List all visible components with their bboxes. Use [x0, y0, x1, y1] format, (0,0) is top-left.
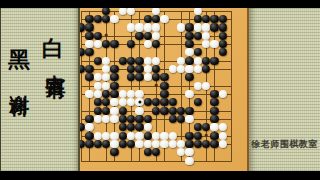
- board-cell-17-13[interactable]: [210, 106, 218, 114]
- board-cell-11-8[interactable]: [160, 65, 168, 73]
- board-cell-9-12[interactable]: [144, 98, 152, 106]
- board-cell-10-7[interactable]: [152, 56, 160, 64]
- board-cell-12-7[interactable]: [169, 56, 177, 64]
- board-cell-15-17[interactable]: [194, 140, 202, 148]
- board-cell-13-5[interactable]: [177, 40, 185, 48]
- board-cell-6-16[interactable]: [119, 131, 127, 139]
- board-cell-13-7[interactable]: [177, 56, 185, 64]
- board-cell-2-18[interactable]: [85, 148, 93, 156]
- board-cell-19-2[interactable]: [227, 15, 235, 23]
- board-cell-5-19[interactable]: [110, 156, 118, 164]
- board-cell-2-14[interactable]: [85, 115, 93, 123]
- board-cell-18-13[interactable]: [219, 106, 227, 114]
- board-cell-7-19[interactable]: [127, 156, 135, 164]
- board-cell-5-2[interactable]: [110, 15, 118, 23]
- board-cell-19-9[interactable]: [227, 73, 235, 81]
- board-cell-8-14[interactable]: [135, 115, 143, 123]
- board-cell-5-8[interactable]: [110, 65, 118, 73]
- board-cell-13-15[interactable]: [177, 123, 185, 131]
- board-cell-14-12[interactable]: [185, 98, 193, 106]
- board-cell-12-15[interactable]: [169, 123, 177, 131]
- board-cell-5-10[interactable]: [110, 81, 118, 89]
- board-cell-14-5[interactable]: [185, 40, 193, 48]
- board-cell-11-16[interactable]: [160, 131, 168, 139]
- board-cell-7-8[interactable]: [127, 65, 135, 73]
- board-cell-8-12[interactable]: [135, 98, 143, 106]
- board-cell-11-13[interactable]: [160, 106, 168, 114]
- board-cell-19-15[interactable]: [227, 123, 235, 131]
- board-cell-3-19[interactable]: [94, 156, 102, 164]
- board-cell-4-6[interactable]: [102, 48, 110, 56]
- board-cell-13-17[interactable]: [177, 140, 185, 148]
- board-cell-14-3[interactable]: [185, 23, 193, 31]
- board-cell-4-16[interactable]: [102, 131, 110, 139]
- board-cell-11-9[interactable]: [160, 73, 168, 81]
- board-cell-14-8[interactable]: [185, 65, 193, 73]
- board-cell-9-19[interactable]: [144, 156, 152, 164]
- board-cell-15-19[interactable]: [194, 156, 202, 164]
- board-cell-4-5[interactable]: [102, 40, 110, 48]
- board-cell-7-10[interactable]: [127, 81, 135, 89]
- board-cell-5-11[interactable]: [110, 90, 118, 98]
- board-cell-12-11[interactable]: [169, 90, 177, 98]
- board-cell-7-17[interactable]: [127, 140, 135, 148]
- board-cell-6-7[interactable]: [119, 56, 127, 64]
- board-cell-18-2[interactable]: [219, 15, 227, 23]
- board-cell-17-3[interactable]: [210, 23, 218, 31]
- board-cell-12-8[interactable]: [169, 65, 177, 73]
- board-cell-6-19[interactable]: [119, 156, 127, 164]
- board-cell-4-11[interactable]: [102, 90, 110, 98]
- board-cell-12-12[interactable]: [169, 98, 177, 106]
- board-cell-5-6[interactable]: [110, 48, 118, 56]
- board-cell-10-17[interactable]: [152, 140, 160, 148]
- board-cell-19-3[interactable]: [227, 23, 235, 31]
- board-cell-12-6[interactable]: [169, 48, 177, 56]
- board-cell-15-15[interactable]: [194, 123, 202, 131]
- board-cell-9-16[interactable]: [144, 131, 152, 139]
- board-cell-14-10[interactable]: [185, 81, 193, 89]
- board-cell-6-5[interactable]: [119, 40, 127, 48]
- board-cell-11-5[interactable]: [160, 40, 168, 48]
- board-cell-10-8[interactable]: [152, 65, 160, 73]
- board-cell-8-11[interactable]: [135, 90, 143, 98]
- board-cell-7-18[interactable]: [127, 148, 135, 156]
- board-cell-14-7[interactable]: [185, 56, 193, 64]
- board-cell-4-12[interactable]: [102, 98, 110, 106]
- board-cell-16-12[interactable]: [202, 98, 210, 106]
- board-cell-12-19[interactable]: [169, 156, 177, 164]
- board-cell-10-12[interactable]: [152, 98, 160, 106]
- board-cell-19-13[interactable]: [227, 106, 235, 114]
- board-cell-11-17[interactable]: [160, 140, 168, 148]
- board-cell-16-8[interactable]: [202, 65, 210, 73]
- board-cell-15-3[interactable]: [194, 23, 202, 31]
- board-cell-7-16[interactable]: [127, 131, 135, 139]
- board-cell-10-4[interactable]: [152, 31, 160, 39]
- board-cell-3-16[interactable]: [94, 131, 102, 139]
- board-cell-16-7[interactable]: [202, 56, 210, 64]
- board-cell-10-10[interactable]: [152, 81, 160, 89]
- board-cell-13-6[interactable]: [177, 48, 185, 56]
- board-cell-5-4[interactable]: [110, 31, 118, 39]
- board-cell-10-3[interactable]: [152, 23, 160, 31]
- board-cell-12-2[interactable]: [169, 15, 177, 23]
- board-cell-3-15[interactable]: [94, 123, 102, 131]
- board-cell-14-6[interactable]: [185, 48, 193, 56]
- board-cell-13-2[interactable]: [177, 15, 185, 23]
- board-cell-9-13[interactable]: [144, 106, 152, 114]
- board-cell-8-6[interactable]: [135, 48, 143, 56]
- board-cell-16-6[interactable]: [202, 48, 210, 56]
- board-cell-15-10[interactable]: [194, 81, 202, 89]
- board-cell-3-7[interactable]: [94, 56, 102, 64]
- board-cell-11-14[interactable]: [160, 115, 168, 123]
- board-cell-4-18[interactable]: [102, 148, 110, 156]
- board-cell-15-4[interactable]: [194, 31, 202, 39]
- board-cell-14-17[interactable]: [185, 140, 193, 148]
- board-cell-11-18[interactable]: [160, 148, 168, 156]
- board-cell-6-11[interactable]: [119, 90, 127, 98]
- board-cell-6-6[interactable]: [119, 48, 127, 56]
- board-cell-7-9[interactable]: [127, 73, 135, 81]
- board-cell-11-15[interactable]: [160, 123, 168, 131]
- board-cell-8-7[interactable]: [135, 56, 143, 64]
- board-cell-15-8[interactable]: [194, 65, 202, 73]
- board-cell-17-19[interactable]: [210, 156, 218, 164]
- board-cell-16-10[interactable]: [202, 81, 210, 89]
- board-cell-6-3[interactable]: [119, 23, 127, 31]
- board-cell-3-10[interactable]: [94, 81, 102, 89]
- board-cell-19-17[interactable]: [227, 140, 235, 148]
- board-cell-2-17[interactable]: [85, 140, 93, 148]
- board-cell-7-12[interactable]: [127, 98, 135, 106]
- board-cell-9-4[interactable]: [144, 31, 152, 39]
- board-cell-11-12[interactable]: [160, 98, 168, 106]
- board-cell-15-6[interactable]: [194, 48, 202, 56]
- board-cell-19-18[interactable]: [227, 148, 235, 156]
- board-cell-18-9[interactable]: [219, 73, 227, 81]
- board-cell-18-18[interactable]: [219, 148, 227, 156]
- board-cell-13-11[interactable]: [177, 90, 185, 98]
- board-cell-13-8[interactable]: [177, 65, 185, 73]
- board-cell-6-4[interactable]: [119, 31, 127, 39]
- board-cell-8-15[interactable]: [135, 123, 143, 131]
- board-cell-7-4[interactable]: [127, 31, 135, 39]
- board-cell-14-15[interactable]: [185, 123, 193, 131]
- board-cell-19-8[interactable]: [227, 65, 235, 73]
- board-cell-2-2[interactable]: [85, 15, 93, 23]
- board-cell-2-5[interactable]: [85, 40, 93, 48]
- board-cell-15-18[interactable]: [194, 148, 202, 156]
- board-cell-16-9[interactable]: [202, 73, 210, 81]
- board-cell-4-17[interactable]: [102, 140, 110, 148]
- board-cell-2-10[interactable]: [85, 81, 93, 89]
- board-cell-9-18[interactable]: [144, 148, 152, 156]
- board-cell-18-3[interactable]: [219, 23, 227, 31]
- board-cell-2-6[interactable]: [85, 48, 93, 56]
- board-cell-9-5[interactable]: [144, 40, 152, 48]
- board-cell-17-7[interactable]: [210, 56, 218, 64]
- board-cell-8-2[interactable]: [135, 15, 143, 23]
- board-cell-10-13[interactable]: [152, 106, 160, 114]
- board-cell-11-10[interactable]: [160, 81, 168, 89]
- board-cell-3-18[interactable]: [94, 148, 102, 156]
- board-cell-18-7[interactable]: [219, 56, 227, 64]
- board-cell-15-9[interactable]: [194, 73, 202, 81]
- board-cell-8-19[interactable]: [135, 156, 143, 164]
- board-cell-6-9[interactable]: [119, 73, 127, 81]
- board-cell-13-12[interactable]: [177, 98, 185, 106]
- board-cell-19-7[interactable]: [227, 56, 235, 64]
- board-cell-12-10[interactable]: [169, 81, 177, 89]
- board-cell-5-16[interactable]: [110, 131, 118, 139]
- board-cell-5-9[interactable]: [110, 73, 118, 81]
- board-cell-12-16[interactable]: [169, 131, 177, 139]
- board-cell-14-2[interactable]: [185, 15, 193, 23]
- board-cell-18-14[interactable]: [219, 115, 227, 123]
- board-cell-8-3[interactable]: [135, 23, 143, 31]
- board-cell-9-10[interactable]: [144, 81, 152, 89]
- board-cell-6-12[interactable]: [119, 98, 127, 106]
- board-cell-16-2[interactable]: [202, 15, 210, 23]
- board-cell-12-5[interactable]: [169, 40, 177, 48]
- board-cell-6-15[interactable]: [119, 123, 127, 131]
- board-cell-19-5[interactable]: [227, 40, 235, 48]
- board-cell-17-9[interactable]: [210, 73, 218, 81]
- board-cell-4-9[interactable]: [102, 73, 110, 81]
- board-cell-3-8[interactable]: [94, 65, 102, 73]
- board-cell-9-14[interactable]: [144, 115, 152, 123]
- board-cell-8-10[interactable]: [135, 81, 143, 89]
- board-cell-17-2[interactable]: [210, 15, 218, 23]
- board-cell-17-11[interactable]: [210, 90, 218, 98]
- board-cell-9-6[interactable]: [144, 48, 152, 56]
- board-cell-14-4[interactable]: [185, 31, 193, 39]
- board-cell-13-4[interactable]: [177, 31, 185, 39]
- board-cell-9-17[interactable]: [144, 140, 152, 148]
- board-cell-18-19[interactable]: [219, 156, 227, 164]
- board-cell-2-8[interactable]: [85, 65, 93, 73]
- board-cell-17-15[interactable]: [210, 123, 218, 131]
- board-cell-14-11[interactable]: [185, 90, 193, 98]
- board-cell-17-10[interactable]: [210, 81, 218, 89]
- board-cell-19-16[interactable]: [227, 131, 235, 139]
- board-cell-12-13[interactable]: [169, 106, 177, 114]
- board-cell-4-7[interactable]: [102, 56, 110, 64]
- board-cell-7-5[interactable]: [127, 40, 135, 48]
- board-cell-11-2[interactable]: [160, 15, 168, 23]
- board-cell-14-13[interactable]: [185, 106, 193, 114]
- board-cell-2-11[interactable]: [85, 90, 93, 98]
- board-cell-4-2[interactable]: [102, 15, 110, 23]
- board-cell-17-8[interactable]: [210, 65, 218, 73]
- board-cell-9-15[interactable]: [144, 123, 152, 131]
- board-cell-3-17[interactable]: [94, 140, 102, 148]
- board-cell-13-16[interactable]: [177, 131, 185, 139]
- board-cell-10-16[interactable]: [152, 131, 160, 139]
- board-cell-7-6[interactable]: [127, 48, 135, 56]
- board-cell-3-4[interactable]: [94, 31, 102, 39]
- board-cell-16-4[interactable]: [202, 31, 210, 39]
- board-cell-18-17[interactable]: [219, 140, 227, 148]
- board-cell-11-19[interactable]: [160, 156, 168, 164]
- board-cell-3-14[interactable]: [94, 115, 102, 123]
- board-cell-12-17[interactable]: [169, 140, 177, 148]
- board-cell-7-11[interactable]: [127, 90, 135, 98]
- board-cell-14-18[interactable]: [185, 148, 193, 156]
- board-cell-6-13[interactable]: [119, 106, 127, 114]
- board-cell-5-7[interactable]: [110, 56, 118, 64]
- board-cell-10-11[interactable]: [152, 90, 160, 98]
- board-cell-4-15[interactable]: [102, 123, 110, 131]
- board-cell-10-19[interactable]: [152, 156, 160, 164]
- board-cell-10-15[interactable]: [152, 123, 160, 131]
- board-cell-6-10[interactable]: [119, 81, 127, 89]
- board-cell-5-3[interactable]: [110, 23, 118, 31]
- board-cell-6-2[interactable]: [119, 15, 127, 23]
- board-cell-4-13[interactable]: [102, 106, 110, 114]
- board-cell-4-14[interactable]: [102, 115, 110, 123]
- board-cell-7-14[interactable]: [127, 115, 135, 123]
- board-cell-19-11[interactable]: [227, 90, 235, 98]
- board-cell-5-15[interactable]: [110, 123, 118, 131]
- board-cell-4-10[interactable]: [102, 81, 110, 89]
- board-cell-12-9[interactable]: [169, 73, 177, 81]
- board-cell-14-9[interactable]: [185, 73, 193, 81]
- board-cell-12-3[interactable]: [169, 23, 177, 31]
- board-cell-8-5[interactable]: [135, 40, 143, 48]
- board-cell-3-12[interactable]: [94, 98, 102, 106]
- board-cell-8-16[interactable]: [135, 131, 143, 139]
- board-cell-19-12[interactable]: [227, 98, 235, 106]
- board-cell-9-9[interactable]: [144, 73, 152, 81]
- board-cell-6-8[interactable]: [119, 65, 127, 73]
- board-cell-9-7[interactable]: [144, 56, 152, 64]
- board-cell-11-7[interactable]: [160, 56, 168, 64]
- board-cell-9-8[interactable]: [144, 65, 152, 73]
- board-cell-4-3[interactable]: [102, 23, 110, 31]
- board-cell-8-17[interactable]: [135, 140, 143, 148]
- board-cell-2-13[interactable]: [85, 106, 93, 114]
- board-cell-16-11[interactable]: [202, 90, 210, 98]
- board-cell-16-19[interactable]: [202, 156, 210, 164]
- board-cell-8-9[interactable]: [135, 73, 143, 81]
- board-cell-7-3[interactable]: [127, 23, 135, 31]
- board-cell-10-9[interactable]: [152, 73, 160, 81]
- board-cell-13-18[interactable]: [177, 148, 185, 156]
- board-cell-10-5[interactable]: [152, 40, 160, 48]
- board-cell-8-8[interactable]: [135, 65, 143, 73]
- board-cell-16-5[interactable]: [202, 40, 210, 48]
- board-cell-3-9[interactable]: [94, 73, 102, 81]
- board-cell-6-18[interactable]: [119, 148, 127, 156]
- board-cell-6-14[interactable]: [119, 115, 127, 123]
- board-cell-5-13[interactable]: [110, 106, 118, 114]
- board-cell-3-6[interactable]: [94, 48, 102, 56]
- board-cell-2-16[interactable]: [85, 131, 93, 139]
- board-cell-18-10[interactable]: [219, 81, 227, 89]
- board-cell-17-5[interactable]: [210, 40, 218, 48]
- board-cell-18-12[interactable]: [219, 98, 227, 106]
- board-cell-18-11[interactable]: [219, 90, 227, 98]
- board-cell-17-14[interactable]: [210, 115, 218, 123]
- board-cell-17-4[interactable]: [210, 31, 218, 39]
- board-cell-3-5[interactable]: [94, 40, 102, 48]
- board-cell-4-8[interactable]: [102, 65, 110, 73]
- board-cell-9-2[interactable]: [144, 15, 152, 23]
- board-cell-19-4[interactable]: [227, 31, 235, 39]
- board-cell-19-19[interactable]: [227, 156, 235, 164]
- board-cell-3-2[interactable]: [94, 15, 102, 23]
- board-cell-15-11[interactable]: [194, 90, 202, 98]
- board-cell-9-3[interactable]: [144, 23, 152, 31]
- board-cell-18-15[interactable]: [219, 123, 227, 131]
- board-cell-16-16[interactable]: [202, 131, 210, 139]
- board-cell-4-19[interactable]: [102, 156, 110, 164]
- board-cell-3-13[interactable]: [94, 106, 102, 114]
- board-cell-11-6[interactable]: [160, 48, 168, 56]
- board-cell-17-17[interactable]: [210, 140, 218, 148]
- board-cell-16-13[interactable]: [202, 106, 210, 114]
- board-cell-7-13[interactable]: [127, 106, 135, 114]
- board-cell-13-3[interactable]: [177, 23, 185, 31]
- board-cell-2-7[interactable]: [85, 56, 93, 64]
- board-cell-18-5[interactable]: [219, 40, 227, 48]
- board-cell-15-16[interactable]: [194, 131, 202, 139]
- board-cell-13-19[interactable]: [177, 156, 185, 164]
- board-cell-13-9[interactable]: [177, 73, 185, 81]
- board-cell-18-8[interactable]: [219, 65, 227, 73]
- board-cell-3-11[interactable]: [94, 90, 102, 98]
- board-cell-15-2[interactable]: [194, 15, 202, 23]
- board-cell-15-12[interactable]: [194, 98, 202, 106]
- board-cell-12-18[interactable]: [169, 148, 177, 156]
- board-cell-4-4[interactable]: [102, 31, 110, 39]
- board-cell-2-4[interactable]: [85, 31, 93, 39]
- board-cell-5-17[interactable]: [110, 140, 118, 148]
- board-cell-8-18[interactable]: [135, 148, 143, 156]
- board-cell-19-6[interactable]: [227, 48, 235, 56]
- board-cell-14-16[interactable]: [185, 131, 193, 139]
- board-cell-18-6[interactable]: [219, 48, 227, 56]
- board-cell-14-14[interactable]: [185, 115, 193, 123]
- board-cell-9-11[interactable]: [144, 90, 152, 98]
- board-cell-11-4[interactable]: [160, 31, 168, 39]
- board-cell-17-6[interactable]: [210, 48, 218, 56]
- board-cell-17-16[interactable]: [210, 131, 218, 139]
- board-cell-7-7[interactable]: [127, 56, 135, 64]
- board-cell-13-10[interactable]: [177, 81, 185, 89]
- board-cell-12-4[interactable]: [169, 31, 177, 39]
- board-cell-13-13[interactable]: [177, 106, 185, 114]
- board-cell-13-14[interactable]: [177, 115, 185, 123]
- board-cell-12-14[interactable]: [169, 115, 177, 123]
- board-cell-3-3[interactable]: [94, 23, 102, 31]
- board-cell-16-3[interactable]: [202, 23, 210, 31]
- board-cell-2-9[interactable]: [85, 73, 93, 81]
- board-cell-5-12[interactable]: [110, 98, 118, 106]
- board-cell-16-14[interactable]: [202, 115, 210, 123]
- board-cell-7-2[interactable]: [127, 15, 135, 23]
- board-cell-2-19[interactable]: [85, 156, 93, 164]
- board-cell-19-10[interactable]: [227, 81, 235, 89]
- board-cell-18-16[interactable]: [219, 131, 227, 139]
- board-cell-8-13[interactable]: [135, 106, 143, 114]
- board-cell-17-12[interactable]: [210, 98, 218, 106]
- board-cell-16-17[interactable]: [202, 140, 210, 148]
- board-cell-18-4[interactable]: [219, 31, 227, 39]
